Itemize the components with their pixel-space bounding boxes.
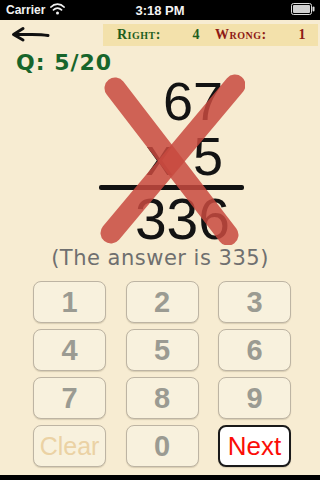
clear-button[interactable]: Clear <box>33 425 106 467</box>
bottom-edge <box>0 475 320 480</box>
key-2[interactable]: 2 <box>126 281 199 323</box>
multiply-sign: x <box>146 126 173 186</box>
multiplier: 5 <box>193 126 223 186</box>
wrong-label: Wrong: <box>215 27 267 43</box>
key-4[interactable]: 4 <box>33 329 106 371</box>
number-keypad: 1 2 3 4 5 6 7 8 9 Clear 0 Next <box>33 281 291 467</box>
key-8[interactable]: 8 <box>126 377 199 419</box>
key-3[interactable]: 3 <box>218 281 291 323</box>
key-1[interactable]: 1 <box>33 281 106 323</box>
key-5[interactable]: 5 <box>126 329 199 371</box>
status-bar: 3:18 PM Carrier <box>0 0 320 20</box>
right-count: 4 <box>193 27 201 43</box>
question-counter: Q: 5/20 <box>16 50 112 75</box>
key-9[interactable]: 9 <box>218 377 291 419</box>
score-box: Right: 4 Wrong: 1 <box>103 24 318 46</box>
correct-answer-note: (The answer is 335) <box>0 246 320 270</box>
entered-answer: 336 <box>135 191 230 248</box>
key-0[interactable]: 0 <box>126 425 199 467</box>
multiplier-row: x5 <box>146 129 223 183</box>
key-6[interactable]: 6 <box>218 329 291 371</box>
app-screen: 3:18 PM Carrier <box>0 0 320 480</box>
wrong-count: 1 <box>299 27 307 43</box>
wifi-icon <box>50 3 65 18</box>
next-button[interactable]: Next <box>218 425 291 467</box>
carrier-label: Carrier <box>6 3 45 17</box>
right-label: Right: <box>117 27 161 43</box>
back-button[interactable] <box>8 25 50 45</box>
key-7[interactable]: 7 <box>33 377 106 419</box>
multiplicand: 67 <box>163 74 223 128</box>
battery-icon <box>291 3 315 18</box>
